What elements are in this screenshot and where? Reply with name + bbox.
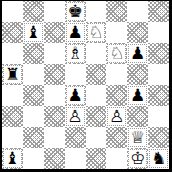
black-bishop-icon: ♝ xyxy=(5,150,20,167)
white-pawn-icon: ♙ xyxy=(109,108,124,125)
square-h4[interactable] xyxy=(148,85,169,106)
square-g1[interactable]: ♔ xyxy=(127,148,148,169)
square-a8[interactable] xyxy=(2,1,23,22)
square-b8[interactable] xyxy=(23,1,44,22)
square-g2[interactable]: ♕ xyxy=(127,127,148,148)
square-g6[interactable]: ♟ xyxy=(127,43,148,64)
square-a5[interactable]: ♜ xyxy=(2,64,23,85)
square-b2[interactable] xyxy=(23,127,44,148)
square-h7[interactable] xyxy=(148,22,169,43)
square-f3[interactable]: ♙ xyxy=(106,106,127,127)
square-e8[interactable] xyxy=(86,1,107,22)
square-c4[interactable] xyxy=(44,85,65,106)
square-d1[interactable] xyxy=(65,148,86,169)
square-h5[interactable] xyxy=(148,64,169,85)
square-g8[interactable] xyxy=(127,1,148,22)
square-g3[interactable] xyxy=(127,106,148,127)
square-a4[interactable] xyxy=(2,85,23,106)
black-pawn-icon: ♟ xyxy=(67,24,82,41)
square-a7[interactable] xyxy=(2,22,23,43)
square-c1[interactable] xyxy=(44,148,65,169)
square-b7[interactable]: ♝ xyxy=(23,22,44,43)
square-e4[interactable] xyxy=(86,85,107,106)
square-e1[interactable] xyxy=(86,148,107,169)
black-pawn-icon: ♟ xyxy=(67,87,82,104)
square-f1[interactable] xyxy=(106,148,127,169)
square-e3[interactable] xyxy=(86,106,107,127)
square-d6[interactable]: ♗ xyxy=(65,43,86,64)
square-d4[interactable]: ♟ xyxy=(65,85,86,106)
white-queen-icon: ♕ xyxy=(130,129,145,146)
square-h8[interactable] xyxy=(148,1,169,22)
square-h1[interactable]: ♞ xyxy=(148,148,169,169)
black-bishop-icon: ♝ xyxy=(26,24,41,41)
square-f4[interactable] xyxy=(106,85,127,106)
white-knight-icon: ♘ xyxy=(109,45,124,62)
square-g5[interactable] xyxy=(127,64,148,85)
square-f2[interactable] xyxy=(106,127,127,148)
white-king-icon: ♔ xyxy=(130,150,145,167)
square-b6[interactable] xyxy=(23,43,44,64)
square-d3[interactable]: ♙ xyxy=(65,106,86,127)
square-b5[interactable] xyxy=(23,64,44,85)
square-a1[interactable]: ♝ xyxy=(2,148,23,169)
square-h6[interactable] xyxy=(148,43,169,64)
square-h3[interactable] xyxy=(148,106,169,127)
square-c5[interactable] xyxy=(44,64,65,85)
black-pawn-icon: ♟ xyxy=(130,87,145,104)
square-d2[interactable] xyxy=(65,127,86,148)
square-d8[interactable]: ♚ xyxy=(65,1,86,22)
square-c3[interactable] xyxy=(44,106,65,127)
black-knight-icon: ♞ xyxy=(151,150,166,167)
square-c2[interactable] xyxy=(44,127,65,148)
square-b1[interactable] xyxy=(23,148,44,169)
square-c7[interactable] xyxy=(44,22,65,43)
square-c8[interactable] xyxy=(44,1,65,22)
square-g7[interactable] xyxy=(127,22,148,43)
square-b4[interactable] xyxy=(23,85,44,106)
square-c6[interactable] xyxy=(44,43,65,64)
square-f7[interactable] xyxy=(106,22,127,43)
square-e2[interactable] xyxy=(86,127,107,148)
square-g4[interactable]: ♟ xyxy=(127,85,148,106)
square-h2[interactable] xyxy=(148,127,169,148)
white-bishop-icon: ♗ xyxy=(67,45,82,62)
square-f5[interactable] xyxy=(106,64,127,85)
square-a6[interactable] xyxy=(2,43,23,64)
black-pawn-icon: ♟ xyxy=(130,45,145,62)
square-a3[interactable] xyxy=(2,106,23,127)
black-rook-icon: ♜ xyxy=(5,66,20,83)
square-b3[interactable] xyxy=(23,106,44,127)
white-pawn-icon: ♙ xyxy=(67,108,82,125)
white-knight-icon: ♘ xyxy=(88,24,103,41)
square-e6[interactable] xyxy=(86,43,107,64)
square-f8[interactable] xyxy=(106,1,127,22)
square-f6[interactable]: ♘ xyxy=(106,43,127,64)
square-d5[interactable] xyxy=(65,64,86,85)
square-d7[interactable]: ♟ xyxy=(65,22,86,43)
black-king-icon: ♚ xyxy=(67,3,82,20)
square-e7[interactable]: ♘ xyxy=(86,22,107,43)
chess-board: ♚♝♟♘♗♘♟♜♟♟♙♙♕♝♔♞ xyxy=(0,0,172,172)
square-e5[interactable] xyxy=(86,64,107,85)
square-a2[interactable] xyxy=(2,127,23,148)
